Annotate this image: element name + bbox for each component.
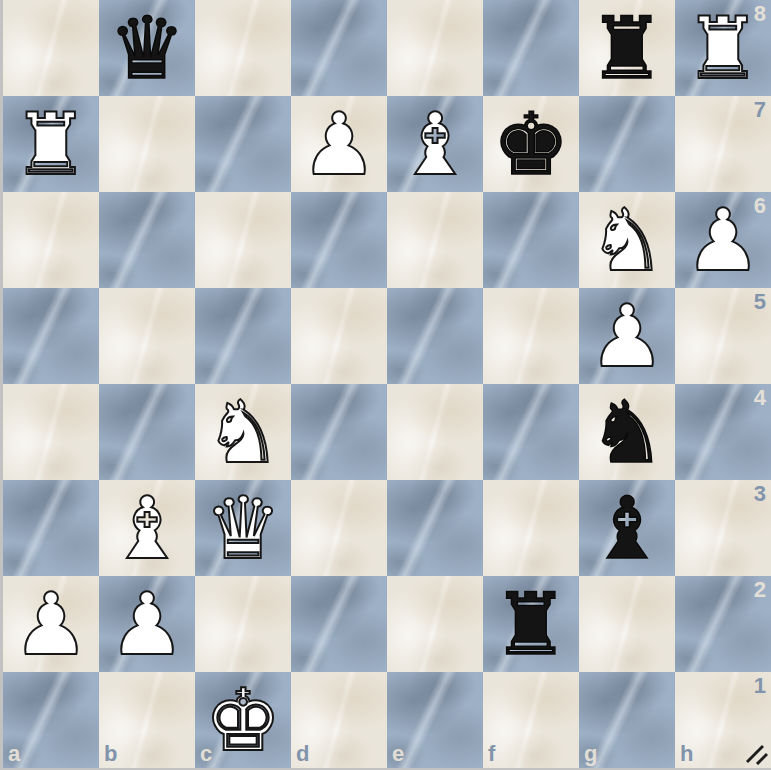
- square-f8[interactable]: [483, 0, 579, 96]
- square-a8[interactable]: [3, 0, 99, 96]
- square-h5[interactable]: 5: [675, 288, 771, 384]
- piece-white-rook[interactable]: ♜: [684, 5, 761, 91]
- square-b7[interactable]: [99, 96, 195, 192]
- square-c8[interactable]: [195, 0, 291, 96]
- square-e2[interactable]: [387, 576, 483, 672]
- piece-white-queen[interactable]: ♛: [204, 485, 281, 571]
- square-b4[interactable]: [99, 384, 195, 480]
- square-d4[interactable]: [291, 384, 387, 480]
- square-f1[interactable]: f: [483, 672, 579, 768]
- square-e3[interactable]: [387, 480, 483, 576]
- square-c5[interactable]: [195, 288, 291, 384]
- square-b3[interactable]: ♝: [99, 480, 195, 576]
- piece-white-pawn[interactable]: ♟: [588, 293, 665, 379]
- piece-white-knight[interactable]: ♞: [588, 197, 665, 283]
- square-a6[interactable]: [3, 192, 99, 288]
- square-e8[interactable]: [387, 0, 483, 96]
- square-h7[interactable]: 7: [675, 96, 771, 192]
- rank-label-7: 7: [754, 99, 766, 121]
- square-c6[interactable]: [195, 192, 291, 288]
- square-e6[interactable]: [387, 192, 483, 288]
- square-b1[interactable]: b: [99, 672, 195, 768]
- square-f2[interactable]: ♜: [483, 576, 579, 672]
- file-label-a: a: [8, 743, 20, 765]
- piece-black-king[interactable]: ♚: [492, 101, 569, 187]
- square-d8[interactable]: [291, 0, 387, 96]
- square-c3[interactable]: ♛: [195, 480, 291, 576]
- file-label-b: b: [104, 743, 117, 765]
- piece-white-pawn[interactable]: ♟: [684, 197, 761, 283]
- file-label-d: d: [296, 743, 309, 765]
- piece-white-pawn[interactable]: ♟: [12, 581, 89, 667]
- square-a2[interactable]: ♟: [3, 576, 99, 672]
- rank-label-4: 4: [754, 387, 766, 409]
- square-h3[interactable]: 3: [675, 480, 771, 576]
- piece-black-rook[interactable]: ♜: [492, 581, 569, 667]
- square-a4[interactable]: [3, 384, 99, 480]
- piece-black-knight[interactable]: ♞: [588, 389, 665, 475]
- square-d6[interactable]: [291, 192, 387, 288]
- square-h4[interactable]: 4: [675, 384, 771, 480]
- square-b6[interactable]: [99, 192, 195, 288]
- piece-black-bishop[interactable]: ♝: [588, 485, 665, 571]
- square-g6[interactable]: ♞: [579, 192, 675, 288]
- square-f7[interactable]: ♚: [483, 96, 579, 192]
- square-e5[interactable]: [387, 288, 483, 384]
- square-g2[interactable]: [579, 576, 675, 672]
- piece-white-pawn[interactable]: ♟: [108, 581, 185, 667]
- square-e1[interactable]: e: [387, 672, 483, 768]
- square-a5[interactable]: [3, 288, 99, 384]
- square-b2[interactable]: ♟: [99, 576, 195, 672]
- square-a3[interactable]: [3, 480, 99, 576]
- square-c1[interactable]: ♚c: [195, 672, 291, 768]
- square-g7[interactable]: [579, 96, 675, 192]
- square-d5[interactable]: [291, 288, 387, 384]
- square-g1[interactable]: g: [579, 672, 675, 768]
- square-f5[interactable]: [483, 288, 579, 384]
- piece-black-queen[interactable]: ♛: [108, 5, 185, 91]
- square-d3[interactable]: [291, 480, 387, 576]
- square-g3[interactable]: ♝: [579, 480, 675, 576]
- square-g5[interactable]: ♟: [579, 288, 675, 384]
- file-label-g: g: [584, 743, 597, 765]
- piece-white-king[interactable]: ♚: [204, 677, 281, 763]
- square-h6[interactable]: ♟6: [675, 192, 771, 288]
- piece-white-knight[interactable]: ♞: [204, 389, 281, 475]
- file-label-f: f: [488, 743, 495, 765]
- square-b8[interactable]: ♛: [99, 0, 195, 96]
- square-f6[interactable]: [483, 192, 579, 288]
- square-e4[interactable]: [387, 384, 483, 480]
- chess-board[interactable]: ♛♜♜8♜♟♝♚7♞♟6♟5♞♞4♝♛♝3♟♟♜2ab♚cdefg1h: [3, 0, 771, 768]
- board-container: ♛♜♜8♜♟♝♚7♞♟6♟5♞♞4♝♛♝3♟♟♜2ab♚cdefg1h: [0, 0, 771, 770]
- square-g4[interactable]: ♞: [579, 384, 675, 480]
- square-d2[interactable]: [291, 576, 387, 672]
- square-b5[interactable]: [99, 288, 195, 384]
- square-c4[interactable]: ♞: [195, 384, 291, 480]
- square-h8[interactable]: ♜8: [675, 0, 771, 96]
- square-e7[interactable]: ♝: [387, 96, 483, 192]
- square-d7[interactable]: ♟: [291, 96, 387, 192]
- rank-label-8: 8: [754, 3, 766, 25]
- square-f3[interactable]: [483, 480, 579, 576]
- rank-label-3: 3: [754, 483, 766, 505]
- piece-white-bishop[interactable]: ♝: [108, 485, 185, 571]
- file-label-h: h: [680, 743, 693, 765]
- square-d1[interactable]: d: [291, 672, 387, 768]
- file-label-c: c: [200, 743, 212, 765]
- rank-label-2: 2: [754, 579, 766, 601]
- resize-grip-icon[interactable]: [746, 743, 768, 765]
- piece-white-pawn[interactable]: ♟: [300, 101, 377, 187]
- square-a1[interactable]: a: [3, 672, 99, 768]
- piece-white-rook[interactable]: ♜: [12, 101, 89, 187]
- square-c2[interactable]: [195, 576, 291, 672]
- file-label-e: e: [392, 743, 404, 765]
- piece-white-bishop[interactable]: ♝: [396, 101, 473, 187]
- rank-label-6: 6: [754, 195, 766, 217]
- square-g8[interactable]: ♜: [579, 0, 675, 96]
- rank-label-5: 5: [754, 291, 766, 313]
- square-h2[interactable]: 2: [675, 576, 771, 672]
- square-c7[interactable]: [195, 96, 291, 192]
- rank-label-1: 1: [754, 675, 766, 697]
- square-f4[interactable]: [483, 384, 579, 480]
- square-a7[interactable]: ♜: [3, 96, 99, 192]
- piece-black-rook[interactable]: ♜: [588, 5, 665, 91]
